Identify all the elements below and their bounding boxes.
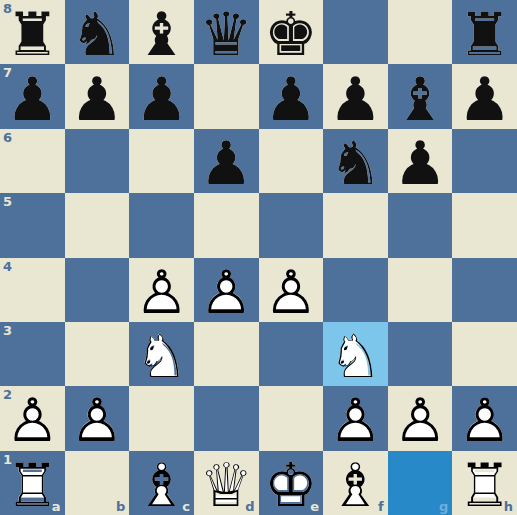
piece-white-pawn[interactable]: ♟♙ xyxy=(129,258,194,322)
square-h5[interactable] xyxy=(452,193,517,257)
chess-board: 8♜♜♞♞♝♝♛♛♚♚♜♜7♟♟♟♟♟♟♟♟♟♟♝♝♟♟6♟♟♞♞♟♟54♟♙♟… xyxy=(0,0,517,515)
square-f3[interactable]: ♞♘ xyxy=(323,322,388,386)
black-king-outline-glyph: ♚ xyxy=(264,5,318,65)
white-pawn-outline-glyph: ♙ xyxy=(70,391,124,451)
square-d3[interactable] xyxy=(194,322,259,386)
square-a5[interactable]: 5 xyxy=(0,193,65,257)
black-pawn-outline-glyph: ♟ xyxy=(393,133,447,193)
piece-black-queen[interactable]: ♛♛ xyxy=(194,0,259,64)
black-pawn-outline-glyph: ♟ xyxy=(329,69,383,129)
rank-label-8: 8 xyxy=(3,2,12,15)
square-d2[interactable] xyxy=(194,386,259,450)
square-g8[interactable] xyxy=(388,0,453,64)
rank-label-3: 3 xyxy=(3,324,12,337)
square-e2[interactable] xyxy=(259,386,324,450)
white-pawn-outline-glyph: ♙ xyxy=(458,391,512,451)
black-bishop-outline-glyph: ♝ xyxy=(135,5,189,65)
square-g4[interactable] xyxy=(388,258,453,322)
square-d7[interactable] xyxy=(194,64,259,128)
square-g5[interactable] xyxy=(388,193,453,257)
square-h2[interactable]: ♟♙ xyxy=(452,386,517,450)
square-b6[interactable] xyxy=(65,129,130,193)
black-pawn-outline-glyph: ♟ xyxy=(199,133,253,193)
black-rook-outline-glyph: ♜ xyxy=(5,5,59,65)
square-c3[interactable]: ♞♘ xyxy=(129,322,194,386)
file-label-g: g xyxy=(439,500,448,513)
white-knight-outline-glyph: ♘ xyxy=(135,326,189,386)
square-d8[interactable]: ♛♛ xyxy=(194,0,259,64)
square-e3[interactable] xyxy=(259,322,324,386)
piece-black-rook[interactable]: ♜♜ xyxy=(452,0,517,64)
square-g3[interactable] xyxy=(388,322,453,386)
piece-white-pawn[interactable]: ♟♙ xyxy=(194,258,259,322)
piece-black-bishop[interactable]: ♝♝ xyxy=(388,64,453,128)
white-bishop-outline-glyph: ♗ xyxy=(135,455,189,515)
square-a4[interactable]: 4 xyxy=(0,258,65,322)
square-e7[interactable]: ♟♟ xyxy=(259,64,324,128)
square-h6[interactable] xyxy=(452,129,517,193)
rank-label-7: 7 xyxy=(3,66,12,79)
black-pawn-outline-glyph: ♟ xyxy=(70,69,124,129)
square-f2[interactable]: ♟♙ xyxy=(323,386,388,450)
square-a7[interactable]: 7♟♟ xyxy=(0,64,65,128)
black-queen-outline-glyph: ♛ xyxy=(199,5,253,65)
square-g1[interactable]: g xyxy=(388,451,453,515)
square-b1[interactable]: b xyxy=(65,451,130,515)
rank-label-5: 5 xyxy=(3,195,12,208)
white-pawn-outline-glyph: ♙ xyxy=(135,262,189,322)
square-c7[interactable]: ♟♟ xyxy=(129,64,194,128)
square-e1[interactable]: e♚♔ xyxy=(259,451,324,515)
square-a2[interactable]: 2♟♙ xyxy=(0,386,65,450)
black-pawn-outline-glyph: ♟ xyxy=(135,69,189,129)
file-label-c: c xyxy=(182,500,190,513)
square-c2[interactable] xyxy=(129,386,194,450)
square-e4[interactable]: ♟♙ xyxy=(259,258,324,322)
piece-black-pawn[interactable]: ♟♟ xyxy=(194,129,259,193)
square-d4[interactable]: ♟♙ xyxy=(194,258,259,322)
square-c5[interactable] xyxy=(129,193,194,257)
black-rook-outline-glyph: ♜ xyxy=(458,5,512,65)
square-a3[interactable]: 3 xyxy=(0,322,65,386)
black-knight-outline-glyph: ♞ xyxy=(329,133,383,193)
square-c8[interactable]: ♝♝ xyxy=(129,0,194,64)
square-f6[interactable]: ♞♞ xyxy=(323,129,388,193)
file-label-h: h xyxy=(504,500,513,513)
file-label-f: f xyxy=(378,500,384,513)
white-pawn-outline-glyph: ♙ xyxy=(5,391,59,451)
white-pawn-outline-glyph: ♙ xyxy=(329,391,383,451)
piece-black-pawn[interactable]: ♟♟ xyxy=(65,64,130,128)
rank-label-2: 2 xyxy=(3,388,12,401)
file-label-d: d xyxy=(245,500,254,513)
piece-white-pawn[interactable]: ♟♙ xyxy=(388,386,453,450)
square-f8[interactable] xyxy=(323,0,388,64)
piece-black-bishop[interactable]: ♝♝ xyxy=(129,0,194,64)
square-g7[interactable]: ♝♝ xyxy=(388,64,453,128)
piece-black-knight[interactable]: ♞♞ xyxy=(65,0,130,64)
square-f7[interactable]: ♟♟ xyxy=(323,64,388,128)
square-a8[interactable]: 8♜♜ xyxy=(0,0,65,64)
white-pawn-outline-glyph: ♙ xyxy=(264,262,318,322)
file-label-b: b xyxy=(116,500,125,513)
square-g6[interactable]: ♟♟ xyxy=(388,129,453,193)
piece-white-knight[interactable]: ♞♘ xyxy=(129,322,194,386)
piece-white-pawn[interactable]: ♟♙ xyxy=(259,258,324,322)
square-a1[interactable]: 1a♜♖ xyxy=(0,451,65,515)
piece-black-pawn[interactable]: ♟♟ xyxy=(452,64,517,128)
square-a6[interactable]: 6 xyxy=(0,129,65,193)
file-label-e: e xyxy=(310,500,319,513)
square-h4[interactable] xyxy=(452,258,517,322)
square-g2[interactable]: ♟♙ xyxy=(388,386,453,450)
piece-black-knight[interactable]: ♞♞ xyxy=(323,129,388,193)
square-h8[interactable]: ♜♜ xyxy=(452,0,517,64)
piece-white-pawn[interactable]: ♟♙ xyxy=(452,386,517,450)
square-h1[interactable]: h♜♖ xyxy=(452,451,517,515)
black-pawn-outline-glyph: ♟ xyxy=(264,69,318,129)
square-b4[interactable] xyxy=(65,258,130,322)
square-f1[interactable]: f♝♗ xyxy=(323,451,388,515)
piece-white-pawn[interactable]: ♟♙ xyxy=(65,386,130,450)
white-knight-outline-glyph: ♘ xyxy=(329,326,383,386)
square-d1[interactable]: d♛♕ xyxy=(194,451,259,515)
square-e6[interactable] xyxy=(259,129,324,193)
black-bishop-outline-glyph: ♝ xyxy=(393,69,447,129)
white-pawn-outline-glyph: ♙ xyxy=(393,391,447,451)
piece-white-knight[interactable]: ♞♘ xyxy=(323,322,388,386)
square-f4[interactable] xyxy=(323,258,388,322)
piece-black-pawn[interactable]: ♟♟ xyxy=(323,64,388,128)
piece-black-pawn[interactable]: ♟♟ xyxy=(129,64,194,128)
square-e5[interactable] xyxy=(259,193,324,257)
square-d5[interactable] xyxy=(194,193,259,257)
file-label-a: a xyxy=(52,500,61,513)
square-c6[interactable] xyxy=(129,129,194,193)
square-c1[interactable]: c♝♗ xyxy=(129,451,194,515)
black-pawn-outline-glyph: ♟ xyxy=(458,69,512,129)
square-h7[interactable]: ♟♟ xyxy=(452,64,517,128)
square-b7[interactable]: ♟♟ xyxy=(65,64,130,128)
piece-black-pawn[interactable]: ♟♟ xyxy=(388,129,453,193)
square-f5[interactable] xyxy=(323,193,388,257)
square-b5[interactable] xyxy=(65,193,130,257)
black-knight-outline-glyph: ♞ xyxy=(70,5,124,65)
square-d6[interactable]: ♟♟ xyxy=(194,129,259,193)
piece-white-pawn[interactable]: ♟♙ xyxy=(323,386,388,450)
square-b8[interactable]: ♞♞ xyxy=(65,0,130,64)
white-pawn-outline-glyph: ♙ xyxy=(199,262,253,322)
rank-label-6: 6 xyxy=(3,131,12,144)
white-bishop-outline-glyph: ♗ xyxy=(329,455,383,515)
square-b2[interactable]: ♟♙ xyxy=(65,386,130,450)
black-pawn-outline-glyph: ♟ xyxy=(5,69,59,129)
square-b3[interactable] xyxy=(65,322,130,386)
square-e8[interactable]: ♚♚ xyxy=(259,0,324,64)
rank-label-1: 1 xyxy=(3,453,12,466)
piece-black-pawn[interactable]: ♟♟ xyxy=(259,64,324,128)
piece-black-king[interactable]: ♚♚ xyxy=(259,0,324,64)
rank-label-4: 4 xyxy=(3,260,12,273)
square-h3[interactable] xyxy=(452,322,517,386)
square-c4[interactable]: ♟♙ xyxy=(129,258,194,322)
